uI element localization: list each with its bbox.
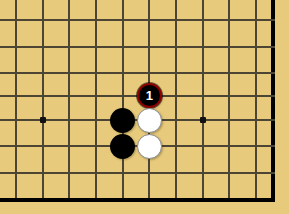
move-number-label: 1 (146, 89, 153, 102)
black-stone-N3[interactable] (110, 134, 135, 159)
white-stone-O4[interactable] (137, 108, 162, 133)
white-stone-O3[interactable] (137, 134, 162, 159)
grid-line-horizontal (0, 172, 275, 174)
go-board[interactable]: 1 (0, 0, 289, 214)
grid-line-horizontal (0, 72, 275, 74)
go-diagram: 1 (0, 0, 289, 214)
grid-line-horizontal (0, 46, 275, 48)
board-edge-bottom (0, 198, 275, 202)
black-stone-O5-last-move[interactable]: 1 (137, 83, 162, 108)
star-point-Q4 (200, 117, 206, 123)
black-stone-N4[interactable] (110, 108, 135, 133)
star-point-K4 (40, 117, 46, 123)
grid-line-horizontal (0, 19, 275, 21)
